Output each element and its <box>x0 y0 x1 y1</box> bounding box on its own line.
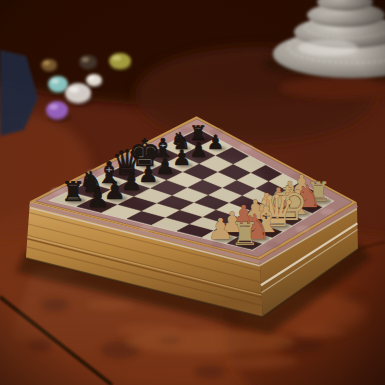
chess-set-photo-scene: ♜♞♟♟♝♟♚♟♛♟♝♟♞♟♟♟♜♜♟♟♞♟♝♟♚♟♛♟♝♟♞♜ <box>0 0 385 385</box>
vignette-overlay <box>0 0 385 385</box>
vignette <box>0 0 385 385</box>
scene-canvas: ♜♞♟♟♝♟♚♟♛♟♝♟♞♟♟♟♜♜♟♟♞♟♝♟♚♟♛♟♝♟♞♜ <box>0 0 385 385</box>
